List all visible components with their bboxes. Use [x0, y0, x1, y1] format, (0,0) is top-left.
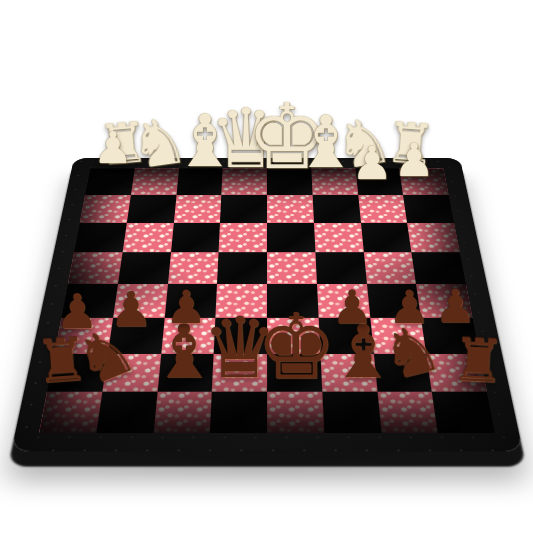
dark-pawn: ♟ — [434, 283, 475, 329]
piece-layer: ♜♞♝♛♚♝♞♜♟♟♟♜♞♝♛♚♝♞♜♟♟♟♟♟♟ — [0, 0, 533, 533]
dark-pawn: ♟ — [109, 285, 152, 333]
dark-rook: ♜ — [450, 329, 507, 392]
white-pawn: ♟ — [351, 140, 392, 186]
white-pawn: ♟ — [93, 126, 132, 170]
dark-pawn: ♟ — [388, 284, 429, 330]
dark-pawn: ♟ — [165, 284, 206, 330]
dark-pawn: ♟ — [331, 284, 372, 330]
product-photo-background: ♜♞♝♛♚♝♞♜♟♟♟♜♞♝♛♚♝♞♜♟♟♟♟♟♟ — [0, 0, 533, 533]
dark-pawn: ♟ — [55, 287, 98, 335]
dark-king: ♚ — [256, 302, 337, 392]
white-pawn: ♟ — [393, 137, 434, 183]
